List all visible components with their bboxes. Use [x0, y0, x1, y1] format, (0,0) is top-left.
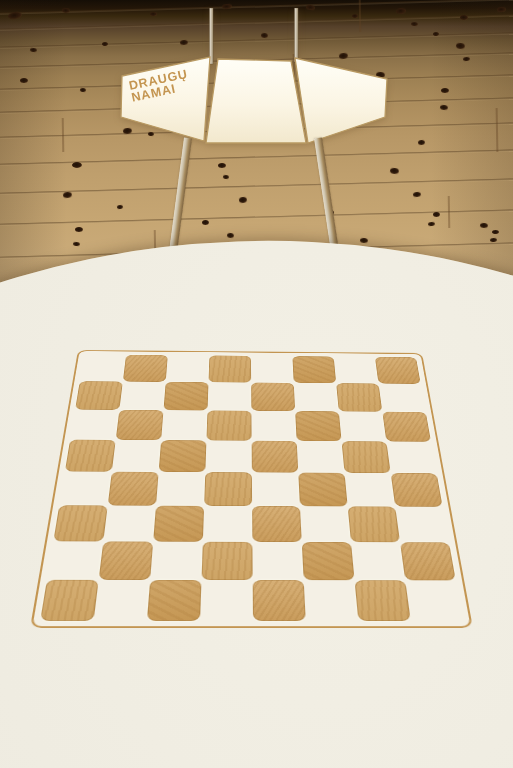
square-f6[interactable]	[295, 411, 341, 441]
square-b2[interactable]	[99, 541, 154, 579]
square-a1[interactable]	[40, 580, 98, 621]
scene-photo: DRAUGŲ NAMAI	[0, 0, 513, 768]
wood-knot	[411, 22, 418, 26]
floor-plank-seam	[0, 178, 513, 195]
chessboard[interactable]	[30, 350, 473, 628]
square-f3[interactable]	[300, 506, 351, 542]
wood-knot	[20, 78, 28, 83]
sign-stand-pole-right	[295, 8, 299, 62]
square-c6[interactable]	[161, 410, 207, 440]
wood-knot	[463, 57, 470, 62]
wood-knot	[433, 32, 439, 36]
wood-knot	[72, 162, 82, 168]
wood-knot	[239, 197, 247, 204]
square-b4[interactable]	[108, 472, 159, 506]
square-h5[interactable]	[386, 441, 436, 473]
wood-knot	[413, 192, 421, 198]
square-g4[interactable]	[345, 473, 396, 507]
square-a7[interactable]	[75, 381, 123, 410]
wood-knot	[441, 88, 449, 93]
square-e7[interactable]	[251, 383, 295, 412]
square-f4[interactable]	[298, 473, 347, 507]
wood-knot	[75, 227, 83, 232]
square-d8[interactable]	[209, 355, 252, 382]
square-a8[interactable]	[80, 354, 126, 381]
square-g6[interactable]	[339, 411, 387, 441]
square-b1[interactable]	[94, 580, 151, 621]
wood-knot	[428, 222, 435, 227]
square-b3[interactable]	[103, 505, 156, 541]
square-d5[interactable]	[205, 440, 252, 472]
square-g2[interactable]	[351, 542, 405, 580]
square-a3[interactable]	[53, 505, 107, 541]
sign-stand-pole-left	[210, 8, 214, 64]
square-d2[interactable]	[201, 542, 252, 580]
square-c3[interactable]	[153, 506, 204, 542]
square-e5[interactable]	[252, 441, 299, 473]
wood-knot	[360, 238, 368, 244]
square-a5[interactable]	[65, 440, 116, 472]
wood-knot	[433, 212, 440, 217]
square-h8[interactable]	[375, 357, 421, 384]
square-h4[interactable]	[391, 473, 443, 507]
sign-panel-right	[295, 58, 387, 143]
square-d7[interactable]	[208, 382, 252, 411]
square-f5[interactable]	[297, 441, 345, 473]
wood-knot	[480, 223, 488, 229]
square-g7[interactable]	[336, 383, 382, 411]
wood-knot	[202, 220, 209, 225]
square-d4[interactable]	[204, 472, 252, 506]
square-b8[interactable]	[123, 355, 168, 382]
wood-knot	[490, 238, 497, 242]
square-c7[interactable]	[163, 382, 208, 411]
square-h2[interactable]	[400, 542, 456, 580]
square-c1[interactable]	[147, 580, 202, 621]
wood-knot	[227, 233, 234, 239]
wood-knot	[440, 105, 448, 111]
wood-knot	[456, 43, 465, 50]
square-e4[interactable]	[252, 472, 300, 506]
square-h3[interactable]	[395, 507, 449, 543]
square-b7[interactable]	[119, 382, 165, 411]
square-d6[interactable]	[206, 410, 251, 440]
square-a2[interactable]	[47, 541, 103, 580]
square-c2[interactable]	[150, 542, 203, 580]
square-e3[interactable]	[252, 506, 302, 542]
square-h1[interactable]	[405, 580, 463, 621]
chessboard-border	[30, 350, 473, 628]
square-f1[interactable]	[304, 580, 359, 621]
wood-knot	[497, 7, 506, 13]
square-f7[interactable]	[294, 383, 339, 412]
square-c4[interactable]	[156, 472, 205, 506]
floor-plank-joint	[448, 196, 451, 228]
square-d1[interactable]	[200, 580, 253, 621]
square-h6[interactable]	[382, 412, 431, 442]
square-e1[interactable]	[253, 580, 306, 621]
square-f2[interactable]	[302, 542, 355, 580]
square-g8[interactable]	[334, 357, 379, 384]
wood-knot	[73, 242, 80, 247]
sign-panel-middle	[206, 59, 306, 143]
wood-knot	[418, 140, 425, 145]
wood-knot	[492, 230, 499, 234]
wood-knot	[117, 205, 123, 210]
square-b5[interactable]	[112, 440, 161, 472]
square-e8[interactable]	[251, 356, 294, 383]
square-f8[interactable]	[292, 356, 336, 383]
square-a4[interactable]	[59, 471, 112, 505]
wood-knot	[460, 15, 468, 20]
wood-knot	[223, 175, 229, 180]
square-g3[interactable]	[348, 506, 400, 542]
square-g5[interactable]	[342, 441, 391, 473]
square-b6[interactable]	[116, 410, 164, 440]
wood-knot	[218, 163, 226, 168]
square-e2[interactable]	[252, 542, 303, 580]
sign-stand: DRAUGŲ NAMAI	[55, 0, 400, 160]
square-g1[interactable]	[355, 580, 411, 621]
square-c8[interactable]	[166, 355, 210, 382]
square-h7[interactable]	[378, 384, 425, 412]
square-d3[interactable]	[203, 506, 253, 542]
wood-knot	[390, 168, 399, 175]
wood-knot	[63, 192, 73, 199]
square-a6[interactable]	[70, 410, 119, 440]
square-e6[interactable]	[251, 411, 296, 441]
square-c5[interactable]	[159, 440, 207, 472]
wood-knot	[30, 48, 37, 53]
board-grid	[40, 354, 463, 621]
floor-plank-joint	[496, 108, 499, 152]
wood-knot	[8, 11, 23, 20]
